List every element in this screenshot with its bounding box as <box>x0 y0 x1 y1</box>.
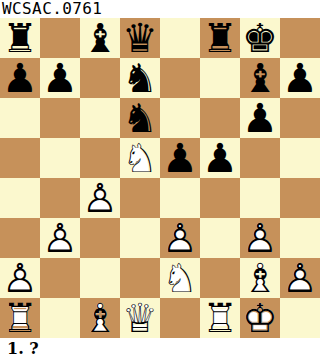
square-e2[interactable]: ♞♘ <box>160 258 200 298</box>
white-pawn-outline: ♙ <box>0 258 40 298</box>
white-pawn-outline: ♙ <box>160 218 200 258</box>
black-pawn-piece: ♟ <box>0 58 40 98</box>
square-a1[interactable]: ♜♖ <box>0 298 40 338</box>
white-pawn-outline: ♙ <box>280 258 320 298</box>
white-pawn-outline: ♙ <box>40 218 80 258</box>
square-c4[interactable]: ♟♙ <box>80 178 120 218</box>
square-a8[interactable]: ♜ <box>0 18 40 58</box>
black-pawn-piece: ♟ <box>160 138 200 178</box>
square-b7[interactable]: ♟ <box>40 58 80 98</box>
square-d8[interactable]: ♛ <box>120 18 160 58</box>
black-king-glyph: ♚ <box>240 18 280 58</box>
square-b8[interactable] <box>40 18 80 58</box>
square-f5[interactable]: ♟ <box>200 138 240 178</box>
square-a6[interactable] <box>0 98 40 138</box>
square-d4[interactable] <box>120 178 160 218</box>
white-rook-piece: ♜♖ <box>0 298 40 338</box>
square-g8[interactable]: ♚ <box>240 18 280 58</box>
square-c2[interactable] <box>80 258 120 298</box>
square-d6[interactable]: ♞ <box>120 98 160 138</box>
white-pawn-piece: ♟♙ <box>240 218 280 258</box>
black-pawn-piece: ♟ <box>40 58 80 98</box>
square-f8[interactable]: ♜ <box>200 18 240 58</box>
white-rook-outline: ♖ <box>0 298 40 338</box>
square-g2[interactable]: ♝♗ <box>240 258 280 298</box>
square-c6[interactable] <box>80 98 120 138</box>
black-knight-piece: ♞ <box>120 58 160 98</box>
black-king-piece: ♚ <box>240 18 280 58</box>
square-h3[interactable] <box>280 218 320 258</box>
black-rook-piece: ♜ <box>200 18 240 58</box>
white-queen-outline: ♕ <box>120 298 160 338</box>
white-queen-piece: ♛♕ <box>120 298 160 338</box>
black-pawn-piece: ♟ <box>200 138 240 178</box>
black-pawn-glyph: ♟ <box>0 58 40 98</box>
square-g6[interactable]: ♟ <box>240 98 280 138</box>
black-knight-piece: ♞ <box>120 98 160 138</box>
white-knight-outline: ♘ <box>160 258 200 298</box>
black-pawn-glyph: ♟ <box>200 138 240 178</box>
white-king-outline: ♔ <box>240 298 280 338</box>
square-a5[interactable] <box>0 138 40 178</box>
square-d7[interactable]: ♞ <box>120 58 160 98</box>
white-pawn-piece: ♟♙ <box>80 178 120 218</box>
square-e5[interactable]: ♟ <box>160 138 200 178</box>
square-d2[interactable] <box>120 258 160 298</box>
square-e3[interactable]: ♟♙ <box>160 218 200 258</box>
chess-board: ♜♝♛♜♚♟♟♞♝♟♞♟♞♘♟♟♟♙♟♙♟♙♟♙♟♙♞♘♝♗♟♙♜♖♝♗♛♕♜♖… <box>0 18 320 338</box>
white-pawn-piece: ♟♙ <box>0 258 40 298</box>
square-h8[interactable] <box>280 18 320 58</box>
square-e6[interactable] <box>160 98 200 138</box>
black-knight-glyph: ♞ <box>120 58 160 98</box>
black-rook-piece: ♜ <box>0 18 40 58</box>
white-pawn-outline: ♙ <box>80 178 120 218</box>
black-pawn-piece: ♟ <box>280 58 320 98</box>
white-knight-piece: ♞♘ <box>120 138 160 178</box>
square-e1[interactable] <box>160 298 200 338</box>
black-bishop-glyph: ♝ <box>80 18 120 58</box>
square-f3[interactable] <box>200 218 240 258</box>
square-a7[interactable]: ♟ <box>0 58 40 98</box>
square-g1[interactable]: ♚♔ <box>240 298 280 338</box>
square-b5[interactable] <box>40 138 80 178</box>
square-e7[interactable] <box>160 58 200 98</box>
square-h7[interactable]: ♟ <box>280 58 320 98</box>
square-h4[interactable] <box>280 178 320 218</box>
square-a2[interactable]: ♟♙ <box>0 258 40 298</box>
square-a3[interactable] <box>0 218 40 258</box>
black-pawn-piece: ♟ <box>240 98 280 138</box>
square-c3[interactable] <box>80 218 120 258</box>
white-bishop-outline: ♗ <box>80 298 120 338</box>
square-d3[interactable] <box>120 218 160 258</box>
square-c5[interactable] <box>80 138 120 178</box>
square-b6[interactable] <box>40 98 80 138</box>
black-rook-glyph: ♜ <box>0 18 40 58</box>
white-pawn-piece: ♟♙ <box>280 258 320 298</box>
square-e8[interactable] <box>160 18 200 58</box>
square-g5[interactable] <box>240 138 280 178</box>
white-king-piece: ♚♔ <box>240 298 280 338</box>
black-pawn-glyph: ♟ <box>280 58 320 98</box>
square-f2[interactable] <box>200 258 240 298</box>
move-prompt: 1. ? <box>0 338 320 360</box>
square-h5[interactable] <box>280 138 320 178</box>
square-h1[interactable] <box>280 298 320 338</box>
white-pawn-piece: ♟♙ <box>40 218 80 258</box>
white-rook-piece: ♜♖ <box>200 298 240 338</box>
square-h6[interactable] <box>280 98 320 138</box>
white-bishop-piece: ♝♗ <box>80 298 120 338</box>
black-queen-piece: ♛ <box>120 18 160 58</box>
black-bishop-piece: ♝ <box>80 18 120 58</box>
black-pawn-glyph: ♟ <box>160 138 200 178</box>
black-pawn-glyph: ♟ <box>40 58 80 98</box>
black-rook-glyph: ♜ <box>200 18 240 58</box>
square-c8[interactable]: ♝ <box>80 18 120 58</box>
black-pawn-glyph: ♟ <box>240 98 280 138</box>
black-bishop-glyph: ♝ <box>240 58 280 98</box>
square-c1[interactable]: ♝♗ <box>80 298 120 338</box>
square-b2[interactable] <box>40 258 80 298</box>
white-rook-outline: ♖ <box>200 298 240 338</box>
white-bishop-outline: ♗ <box>240 258 280 298</box>
white-knight-outline: ♘ <box>120 138 160 178</box>
black-queen-glyph: ♛ <box>120 18 160 58</box>
square-d1[interactable]: ♛♕ <box>120 298 160 338</box>
square-h2[interactable]: ♟♙ <box>280 258 320 298</box>
square-e4[interactable] <box>160 178 200 218</box>
square-g4[interactable] <box>240 178 280 218</box>
square-c7[interactable] <box>80 58 120 98</box>
square-g7[interactable]: ♝ <box>240 58 280 98</box>
square-g3[interactable]: ♟♙ <box>240 218 280 258</box>
square-f1[interactable]: ♜♖ <box>200 298 240 338</box>
square-b3[interactable]: ♟♙ <box>40 218 80 258</box>
black-bishop-piece: ♝ <box>240 58 280 98</box>
square-b4[interactable] <box>40 178 80 218</box>
black-knight-glyph: ♞ <box>120 98 160 138</box>
square-d5[interactable]: ♞♘ <box>120 138 160 178</box>
white-bishop-piece: ♝♗ <box>240 258 280 298</box>
square-f6[interactable] <box>200 98 240 138</box>
white-pawn-outline: ♙ <box>240 218 280 258</box>
square-b1[interactable] <box>40 298 80 338</box>
white-pawn-piece: ♟♙ <box>160 218 200 258</box>
square-a4[interactable] <box>0 178 40 218</box>
square-f4[interactable] <box>200 178 240 218</box>
white-knight-piece: ♞♘ <box>160 258 200 298</box>
square-f7[interactable] <box>200 58 240 98</box>
